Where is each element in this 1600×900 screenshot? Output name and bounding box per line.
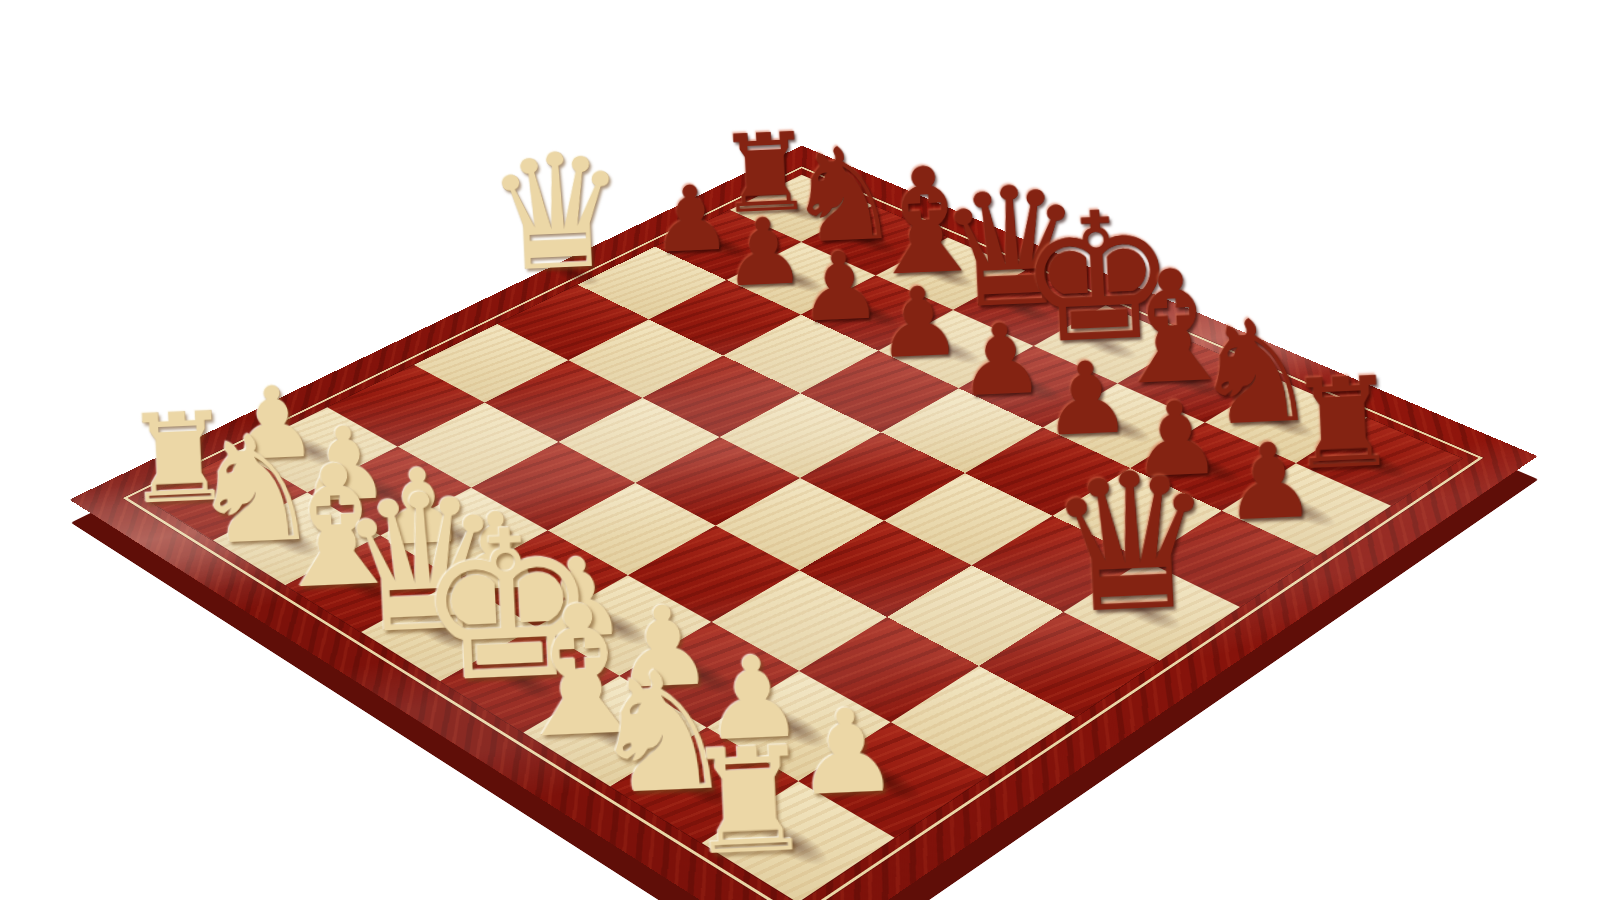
chess-board: ♜♞♝♛♚♝♞♜♟♟♟♟♟♟♟♟♛♟♟♟♟♟♟♟♟♜♞♝♛♚♝♞♜ ♛ bbox=[70, 146, 1538, 900]
piece-white-rook-h1[interactable]: ♜ bbox=[678, 730, 822, 873]
square-h5[interactable]: ♛ bbox=[1063, 560, 1240, 660]
piece-red-queen-h5[interactable]: ♛ bbox=[1043, 452, 1177, 637]
perspective-scene: ♜♞♝♛♚♝♞♜♟♟♟♟♟♟♟♟♛♟♟♟♟♟♟♟♟♜♞♝♛♚♝♞♜ ♛ bbox=[258, 0, 1341, 900]
piece-red-pawn-h7[interactable]: ♟ bbox=[1207, 429, 1332, 533]
photo-canvas: ♜♞♝♛♚♝♞♜♟♟♟♟♟♟♟♟♛♟♟♟♟♟♟♟♟♜♞♝♛♚♝♞♜ ♛ bbox=[0, 0, 1600, 900]
piece-white-extra-queen-border[interactable]: ♛ bbox=[483, 136, 595, 291]
playing-grid: ♜♞♝♛♚♝♞♜♟♟♟♟♟♟♟♟♛♟♟♟♟♟♟♟♟♜♞♝♛♚♝♞♜ bbox=[144, 175, 1462, 900]
board-tilt-group: ♜♞♝♛♚♝♞♜♟♟♟♟♟♟♟♟♛♟♟♟♟♟♟♟♟♜♞♝♛♚♝♞♜ ♛ bbox=[70, 146, 1538, 900]
